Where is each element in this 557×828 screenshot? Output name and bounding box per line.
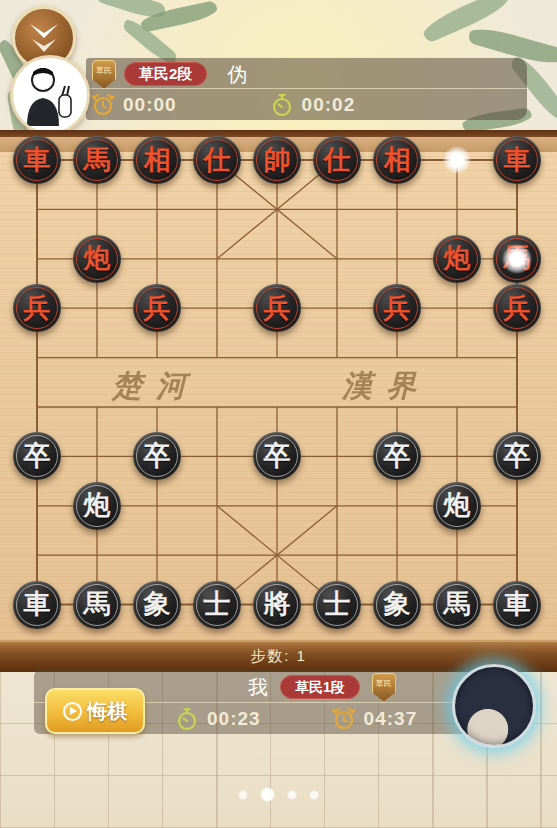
bottom-rank-badge: 草民1段 [280,675,360,699]
piece-black-r6c0[interactable]: 卒 [13,432,61,480]
piece-black-r9c3[interactable]: 士 [193,581,241,629]
bottom-total-time: 04:37 [364,708,418,730]
bottom-move-time: 00:23 [207,708,261,730]
piece-black-r7c1[interactable]: 炮 [73,482,121,530]
piece-black-r9c7[interactable]: 馬 [433,581,481,629]
piece-character: 車 [504,591,531,618]
piece-character: 帥 [264,147,291,174]
piece-red-r3c4[interactable]: 兵 [253,284,301,332]
stopwatch-icon [269,92,295,118]
piece-character: 兵 [504,295,531,322]
piece-black-r9c8[interactable]: 車 [493,581,541,629]
piece-character: 卒 [24,443,51,470]
pager-dot-0[interactable] [239,791,247,799]
piece-black-r9c5[interactable]: 士 [313,581,361,629]
piece-character: 士 [324,591,351,618]
piece-character: 仕 [324,147,351,174]
top-player-name: 伪 [227,61,247,88]
piece-character: 象 [144,591,171,618]
piece-character: 卒 [384,443,411,470]
piece-red-r2c7[interactable]: 炮 [433,235,481,283]
pager-dot-2[interactable] [288,791,296,799]
piece-character: 車 [24,147,51,174]
top-player-avatar[interactable] [10,55,90,135]
piece-character: 卒 [264,443,291,470]
top-rank-badge: 草民2段 [124,62,207,86]
piece-character: 車 [24,591,51,618]
play-circle-icon [63,702,82,721]
piece-red-r0c8[interactable]: 車 [493,136,541,184]
piece-character: 卒 [504,443,531,470]
piece-character: 兵 [144,295,171,322]
piece-red-r0c0[interactable]: 車 [13,136,61,184]
piece-character: 仕 [204,147,231,174]
piece-red-r0c5[interactable]: 仕 [313,136,361,184]
avatar-sketch-icon [13,58,81,126]
double-chevron-down-icon [26,21,62,55]
piece-red-r3c6[interactable]: 兵 [373,284,421,332]
piece-character: 將 [264,591,291,618]
piece-character: 炮 [444,492,471,519]
alarm-clock-icon [331,706,357,732]
piece-black-r9c4[interactable]: 將 [253,581,301,629]
piece-character: 車 [504,147,531,174]
piece-red-r0c3[interactable]: 仕 [193,136,241,184]
pager-dot-1[interactable] [261,788,274,801]
piece-black-r6c8[interactable]: 卒 [493,432,541,480]
piece-red-r2c8[interactable]: 馬 [493,235,541,283]
bottom-rank-shield-icon: 草民 [372,673,396,702]
piece-character: 相 [384,147,411,174]
piece-red-r3c8[interactable]: 兵 [493,284,541,332]
piece-red-r0c6[interactable]: 相 [373,136,421,184]
piece-black-r9c0[interactable]: 車 [13,581,61,629]
undo-button[interactable]: 悔棋 [45,688,145,734]
piece-character: 象 [384,591,411,618]
piece-character: 馬 [504,245,531,272]
piece-black-r6c6[interactable]: 卒 [373,432,421,480]
board-front-edge: 步数: 1 [0,640,557,672]
piece-character: 馬 [84,147,111,174]
last-move-origin-marker [443,146,471,174]
top-rank-shield-icon: 草民 [92,60,116,89]
piece-black-r7c7[interactable]: 炮 [433,482,481,530]
piece-black-r6c2[interactable]: 卒 [133,432,181,480]
piece-red-r0c4[interactable]: 帥 [253,136,301,184]
piece-character: 馬 [84,591,111,618]
piece-character: 馬 [444,591,471,618]
piece-character: 炮 [84,245,111,272]
piece-red-r0c2[interactable]: 相 [133,136,181,184]
piece-red-r2c1[interactable]: 炮 [73,235,121,283]
piece-character: 炮 [84,492,111,519]
alarm-clock-icon [90,92,116,118]
top-total-time: 00:00 [123,94,177,116]
top-move-time: 00:02 [302,94,356,116]
xiangqi-board[interactable]: 楚河 漢界 車馬相仕帥仕相車炮炮馬兵兵兵兵兵卒卒卒卒卒炮炮車馬象士將士象馬車 步… [0,130,557,672]
piece-red-r3c0[interactable]: 兵 [13,284,61,332]
pager-dot-3[interactable] [310,791,318,799]
stopwatch-icon [174,706,200,732]
piece-black-r9c6[interactable]: 象 [373,581,421,629]
piece-red-r3c2[interactable]: 兵 [133,284,181,332]
bottom-player-avatar[interactable] [452,664,536,748]
piece-character: 卒 [144,443,171,470]
pieces-layer: 車馬相仕帥仕相車炮炮馬兵兵兵兵兵卒卒卒卒卒炮炮車馬象士將士象馬車 [0,130,557,672]
move-counter: 步数: 1 [250,647,307,666]
piece-character: 士 [204,591,231,618]
piece-black-r9c2[interactable]: 象 [133,581,181,629]
piece-character: 兵 [24,295,51,322]
piece-black-r9c1[interactable]: 馬 [73,581,121,629]
piece-red-r0c1[interactable]: 馬 [73,136,121,184]
piece-character: 炮 [444,245,471,272]
top-player-bar: 草民 草民2段 伪 00:00 00:02 [86,58,527,120]
piece-character: 兵 [264,295,291,322]
bottom-player-label: 我 [248,674,268,701]
piece-character: 相 [144,147,171,174]
piece-character: 兵 [384,295,411,322]
piece-black-r6c4[interactable]: 卒 [253,432,301,480]
pager-dots [0,788,557,801]
xiangqi-game-screen: 草民 草民2段 伪 00:00 00:02 [0,0,557,828]
